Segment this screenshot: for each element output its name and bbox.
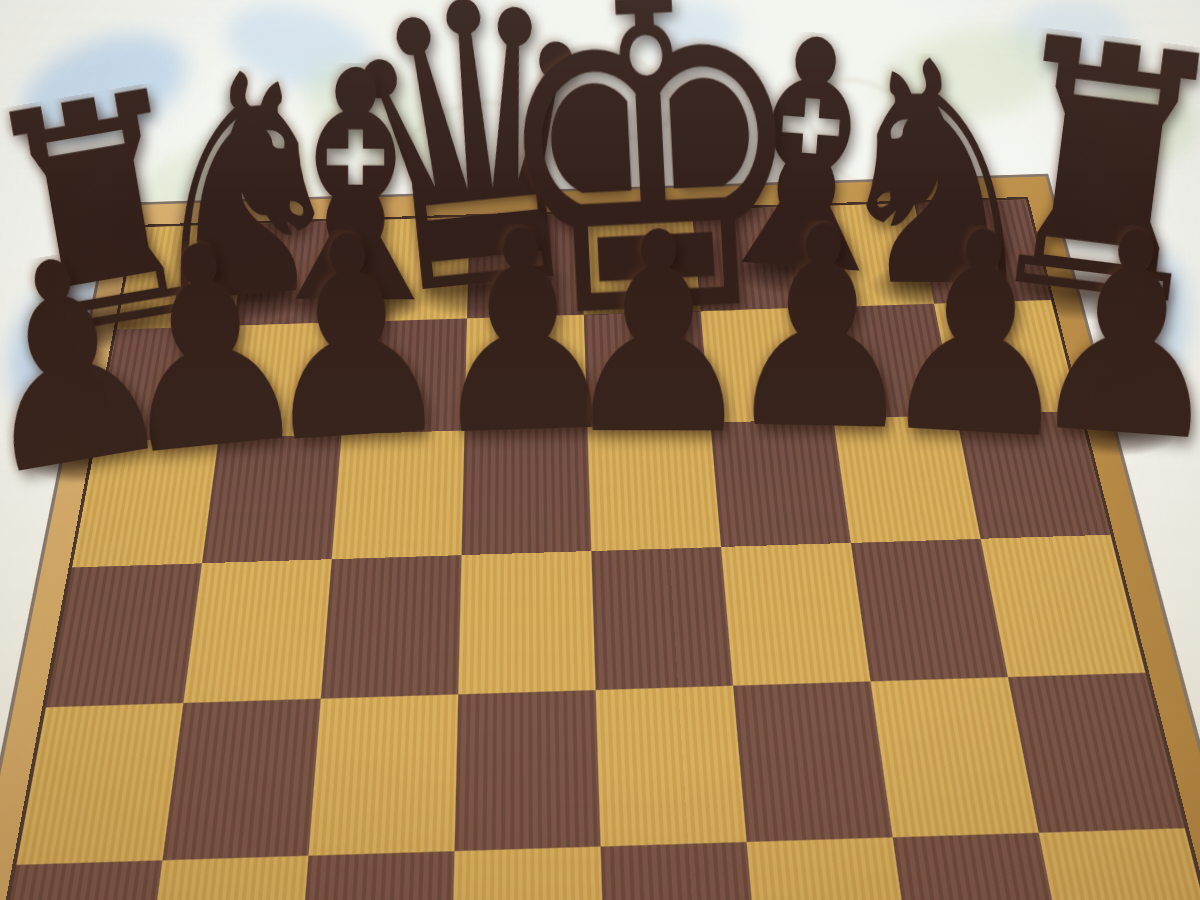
square-a3[interactable]: [0, 860, 162, 900]
chessboard: ♜♞♝♛♚♝♞♜♟♟♟♟♟♟♟♟: [114, 176, 1075, 900]
square-c3[interactable]: [295, 851, 455, 900]
square-c5[interactable]: [321, 555, 462, 699]
square-c4[interactable]: [308, 694, 458, 855]
square-d4[interactable]: [455, 690, 601, 851]
photo-scene: ♜♞♝♛♚♝♞♜♟♟♟♟♟♟♟♟: [0, 0, 1200, 900]
board-frame: ♜♞♝♛♚♝♞♜♟♟♟♟♟♟♟♟: [0, 176, 1200, 900]
board-grid: ♜♞♝♛♚♝♞♜♟♟♟♟♟♟♟♟: [0, 200, 1200, 900]
square-e7[interactable]: ♟: [584, 311, 710, 427]
square-b4[interactable]: [162, 699, 320, 861]
square-b5[interactable]: [183, 559, 331, 703]
square-h4[interactable]: [1008, 673, 1185, 833]
square-a4[interactable]: [16, 703, 183, 865]
square-d3[interactable]: [450, 847, 606, 900]
square-e3[interactable]: [601, 842, 762, 900]
square-h3[interactable]: [1039, 828, 1200, 900]
square-a5[interactable]: [46, 563, 202, 707]
square-e5[interactable]: [591, 547, 733, 690]
square-h5[interactable]: [981, 535, 1146, 677]
chessboard-plane: ♜♞♝♛♚♝♞♜♟♟♟♟♟♟♟♟: [0, 176, 1200, 900]
square-b3[interactable]: [139, 856, 309, 900]
square-d5[interactable]: [458, 551, 595, 694]
piece-black-pawn[interactable]: ♟: [1022, 218, 1200, 455]
square-f5[interactable]: [721, 543, 870, 686]
square-e4[interactable]: [596, 686, 747, 847]
square-f3[interactable]: [747, 837, 918, 900]
square-f4[interactable]: [733, 681, 893, 842]
